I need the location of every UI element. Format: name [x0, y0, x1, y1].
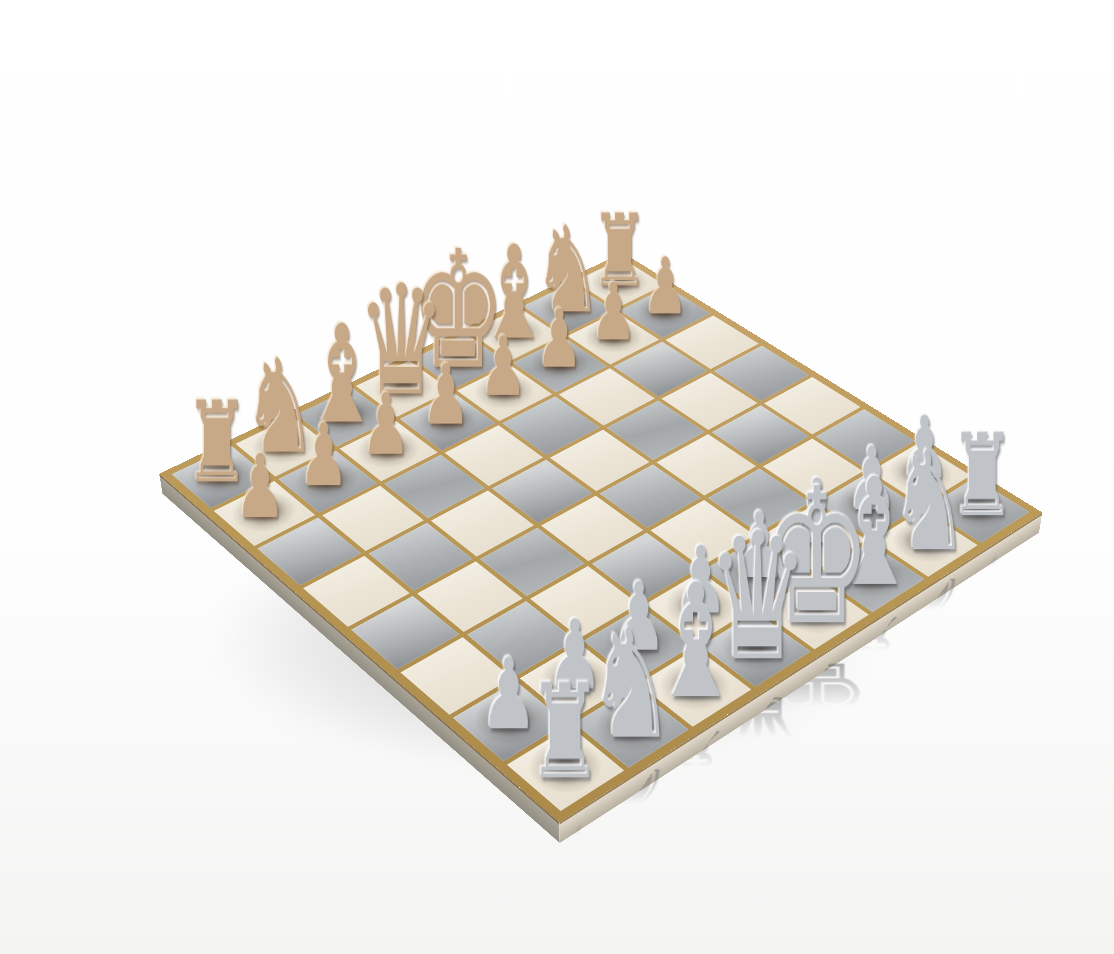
board-squares: ♜♜♟♟♟♟♜♜♞♞♟♟♟♟♞♞♝♝♟♟♟♟♝♝♚♚♟♟♟♟♚♚♛♛♟♟♟♟♛♛…: [159, 253, 1042, 823]
square-a2[interactable]: ♟♟: [214, 481, 315, 546]
piece-glyph: ♟: [187, 443, 333, 531]
piece-glyph: ♜: [481, 667, 648, 798]
chess-product-photo: ♜♜♟♟♟♟♜♜♞♞♟♟♟♟♞♞♝♝♟♟♟♟♝♝♚♚♟♟♟♟♚♚♛♛♟♟♟♟♛♛…: [0, 0, 1114, 954]
scene: ♜♜♟♟♟♟♜♜♞♞♟♟♟♟♞♞♝♝♟♟♟♟♝♝♚♚♟♟♟♟♚♚♛♛♟♟♟♟♛♛…: [0, 0, 1114, 954]
chess-board: ♜♜♟♟♟♟♜♜♞♞♟♟♟♟♞♞♝♝♟♟♟♟♝♝♚♚♟♟♟♟♚♚♛♛♟♟♟♟♛♛…: [159, 253, 1042, 823]
square-a8[interactable]: ♜♜: [507, 726, 624, 811]
